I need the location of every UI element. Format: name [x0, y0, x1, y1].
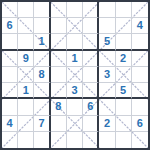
cell-r1c5[interactable] [67, 2, 83, 18]
cell-r9c9[interactable] [132, 132, 148, 148]
cell-r5c5[interactable] [67, 67, 83, 83]
cell-r6c6[interactable] [83, 83, 99, 99]
cell-r9c2[interactable] [18, 132, 34, 148]
cell-r5c7[interactable]: 3 [99, 67, 115, 83]
cell-r3c8[interactable] [116, 34, 132, 50]
cell-r8c5[interactable] [67, 116, 83, 132]
cell-r6c4[interactable] [51, 83, 67, 99]
sudoku-board: 641591283135864726 [0, 0, 150, 150]
cell-r5c8[interactable] [116, 67, 132, 83]
cell-r5c1[interactable] [2, 67, 18, 83]
cell-r8c8[interactable] [116, 116, 132, 132]
cell-r3c5[interactable] [67, 34, 83, 50]
cell-r1c6[interactable] [83, 2, 99, 18]
cell-r4c2[interactable]: 9 [18, 51, 34, 67]
cell-r1c2[interactable] [18, 2, 34, 18]
cell-r1c8[interactable] [116, 2, 132, 18]
cell-r6c2[interactable]: 1 [18, 83, 34, 99]
cell-r1c3[interactable] [34, 2, 50, 18]
cell-r8c2[interactable] [18, 116, 34, 132]
cell-r2c7[interactable] [99, 18, 115, 34]
cell-r7c1[interactable] [2, 99, 18, 115]
cell-r1c1[interactable] [2, 2, 18, 18]
cell-r2c3[interactable] [34, 18, 50, 34]
cell-r2c8[interactable] [116, 18, 132, 34]
cell-r8c7[interactable]: 2 [99, 116, 115, 132]
cell-r4c8[interactable]: 2 [116, 51, 132, 67]
cell-r4c3[interactable] [34, 51, 50, 67]
cell-r7c6[interactable]: 6 [83, 99, 99, 115]
cell-r7c3[interactable] [34, 99, 50, 115]
cell-r6c5[interactable]: 3 [67, 83, 83, 99]
cell-r6c9[interactable] [132, 83, 148, 99]
cell-r7c2[interactable] [18, 99, 34, 115]
cell-r5c2[interactable] [18, 67, 34, 83]
cell-r3c3[interactable]: 1 [34, 34, 50, 50]
cell-r8c6[interactable] [83, 116, 99, 132]
cell-r1c7[interactable] [99, 2, 115, 18]
cell-r4c4[interactable] [51, 51, 67, 67]
cell-r9c4[interactable] [51, 132, 67, 148]
cell-r7c9[interactable] [132, 99, 148, 115]
cell-r6c3[interactable] [34, 83, 50, 99]
cell-r3c7[interactable]: 5 [99, 34, 115, 50]
cell-r3c6[interactable] [83, 34, 99, 50]
cell-r7c4[interactable]: 8 [51, 99, 67, 115]
cell-r9c7[interactable] [99, 132, 115, 148]
cell-r1c4[interactable] [51, 2, 67, 18]
cell-r3c1[interactable] [2, 34, 18, 50]
cell-r4c6[interactable] [83, 51, 99, 67]
cell-r2c1[interactable]: 6 [2, 18, 18, 34]
cell-r3c2[interactable] [18, 34, 34, 50]
cell-r7c8[interactable] [116, 99, 132, 115]
cell-r3c9[interactable] [132, 34, 148, 50]
cell-r6c1[interactable] [2, 83, 18, 99]
cell-r3c4[interactable] [51, 34, 67, 50]
cell-r2c2[interactable] [18, 18, 34, 34]
sudoku-grid: 641591283135864726 [2, 2, 148, 148]
cell-r6c8[interactable]: 5 [116, 83, 132, 99]
cell-r2c5[interactable] [67, 18, 83, 34]
cell-r2c4[interactable] [51, 18, 67, 34]
cell-r9c5[interactable] [67, 132, 83, 148]
cell-r9c1[interactable] [2, 132, 18, 148]
cell-r5c9[interactable] [132, 67, 148, 83]
cell-r9c3[interactable] [34, 132, 50, 148]
cell-r4c1[interactable] [2, 51, 18, 67]
cell-r8c9[interactable]: 6 [132, 116, 148, 132]
cell-r8c1[interactable]: 4 [2, 116, 18, 132]
cell-r4c5[interactable]: 1 [67, 51, 83, 67]
cell-r2c9[interactable]: 4 [132, 18, 148, 34]
cell-r9c6[interactable] [83, 132, 99, 148]
cell-r2c6[interactable] [83, 18, 99, 34]
cell-r8c3[interactable]: 7 [34, 116, 50, 132]
cell-r5c4[interactable] [51, 67, 67, 83]
cell-r7c7[interactable] [99, 99, 115, 115]
cell-r5c3[interactable]: 8 [34, 67, 50, 83]
cell-r1c9[interactable] [132, 2, 148, 18]
cell-r4c9[interactable] [132, 51, 148, 67]
cell-r7c5[interactable] [67, 99, 83, 115]
cell-r9c8[interactable] [116, 132, 132, 148]
cell-r8c4[interactable] [51, 116, 67, 132]
cell-r4c7[interactable] [99, 51, 115, 67]
cell-r5c6[interactable] [83, 67, 99, 83]
cell-r6c7[interactable] [99, 83, 115, 99]
